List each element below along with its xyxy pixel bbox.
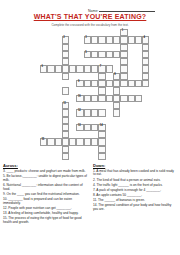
- grid-cell[interactable]: [84, 138, 91, 145]
- grid-cell[interactable]: [62, 58, 69, 65]
- grid-cell[interactable]: [113, 109, 120, 116]
- grid-cell[interactable]: [128, 95, 135, 102]
- grid-cell[interactable]: [120, 36, 127, 43]
- grid-cell[interactable]: [98, 138, 105, 145]
- grid-cell[interactable]: [98, 73, 105, 80]
- grid-cell[interactable]: [142, 51, 149, 58]
- grid-cell[interactable]: [128, 80, 135, 87]
- grid-cell[interactable]: [120, 44, 127, 51]
- clue-number: 9: [78, 81, 79, 84]
- across-clue: 10. ________ food is prepared and can be…: [3, 198, 87, 206]
- grid-cell[interactable]: [62, 87, 69, 94]
- grid-cell[interactable]: [47, 65, 54, 72]
- across-clue: 3. ____ products: cheese and yoghurt are…: [3, 170, 87, 174]
- grid-cell[interactable]: 15: [40, 138, 47, 145]
- across-clues-column: Across: 3. ____ products: cheese and yog…: [0, 163, 90, 226]
- page-subtitle: Complete the crossword with the vocabula…: [0, 23, 180, 27]
- grid-cell[interactable]: [135, 80, 142, 87]
- down-clue: 4. The traffic light ______ is on the fr…: [93, 184, 177, 188]
- grid-cell[interactable]: [91, 65, 98, 72]
- grid-cell[interactable]: [113, 95, 120, 102]
- clue-number: 14: [100, 125, 103, 128]
- grid-cell[interactable]: [62, 146, 69, 153]
- grid-cell[interactable]: [91, 80, 98, 87]
- grid-cell[interactable]: [106, 80, 113, 87]
- grid-cell[interactable]: 7: [98, 65, 105, 72]
- grid-cell[interactable]: [76, 65, 83, 72]
- grid-cell[interactable]: [128, 36, 135, 43]
- grid-cell[interactable]: [106, 65, 113, 72]
- grid-cell[interactable]: [113, 87, 120, 94]
- grid-cell[interactable]: [113, 80, 120, 87]
- across-clue: 12. People with poor nutrition can get _…: [3, 207, 87, 211]
- name-blank[interactable]: [99, 8, 155, 12]
- grid-cell[interactable]: [62, 44, 69, 51]
- grid-cell[interactable]: [113, 102, 120, 109]
- grid-cell[interactable]: [106, 36, 113, 43]
- clue-number: 3: [85, 37, 86, 40]
- grid-cell[interactable]: [62, 73, 69, 80]
- grid-cell[interactable]: [142, 58, 149, 65]
- clue-number: 7: [100, 66, 101, 69]
- grid-cell[interactable]: [120, 51, 127, 58]
- clue-number: 1: [122, 30, 123, 33]
- clue-number: 11: [63, 103, 66, 106]
- grid-cell[interactable]: 14: [98, 124, 105, 131]
- across-clue: 15. The process of eating the right type…: [3, 217, 87, 225]
- grid-cell[interactable]: [62, 153, 69, 160]
- grid-cell[interactable]: [84, 124, 91, 131]
- grid-cell[interactable]: 1: [120, 29, 127, 36]
- grid-cell[interactable]: [91, 124, 98, 131]
- grid-cell[interactable]: [62, 138, 69, 145]
- down-header: Down:: [93, 163, 177, 168]
- grid-cell[interactable]: [91, 138, 98, 145]
- grid-cell[interactable]: 4: [142, 36, 149, 43]
- grid-cell[interactable]: [84, 80, 91, 87]
- clue-number: 4: [144, 37, 145, 40]
- grid-cell[interactable]: [62, 65, 69, 72]
- grid-cell[interactable]: 5: [84, 51, 91, 58]
- grid-cell[interactable]: [98, 87, 105, 94]
- grid-cell[interactable]: 8: [113, 73, 120, 80]
- grid-cell[interactable]: [135, 36, 142, 43]
- grid-cell[interactable]: [76, 138, 83, 145]
- grid-cell[interactable]: [91, 109, 98, 116]
- grid-cell[interactable]: [84, 95, 91, 102]
- grid-cell[interactable]: [91, 51, 98, 58]
- clue-number: 8: [114, 74, 115, 77]
- page-title: WHAT'S THAT YOU'RE EATING?: [0, 13, 180, 20]
- across-clue: 5. Be lactose-________: unable to digest…: [3, 175, 87, 183]
- grid-cell[interactable]: [98, 146, 105, 153]
- grid-cell[interactable]: [120, 58, 127, 65]
- grid-cell[interactable]: [62, 109, 69, 116]
- grid-cell[interactable]: 12: [76, 109, 83, 116]
- grid-cell[interactable]: [55, 138, 62, 145]
- clue-number: 10: [78, 96, 81, 99]
- grid-cell[interactable]: [113, 36, 120, 43]
- clue-number: 5: [85, 52, 86, 55]
- clue-number: 6: [41, 66, 42, 69]
- grid-cell[interactable]: [62, 117, 69, 124]
- worksheet-page: Name: WHAT'S THAT YOU'RE EATING? Complet…: [0, 0, 180, 255]
- across-clue-list: 3. ____ products: cheese and yoghurt are…: [3, 170, 87, 225]
- grid-cell[interactable]: 9: [76, 80, 83, 87]
- grid-cell[interactable]: [62, 124, 69, 131]
- across-clue: 9. On the ____ you can find the nutritio…: [3, 193, 87, 197]
- grid-cell[interactable]: [142, 80, 149, 87]
- grid-cell[interactable]: 13: [76, 124, 83, 131]
- down-clue: 7. A pack of spaghetti is enough for 4 _…: [93, 189, 177, 193]
- grid-cell[interactable]: [47, 138, 54, 145]
- grid-cell[interactable]: [106, 51, 113, 58]
- grid-cell[interactable]: [106, 95, 113, 102]
- down-clue-list: 1. A meal that has already been cooked a…: [93, 170, 177, 212]
- down-clue: 14. The general condition of your body a…: [93, 204, 177, 212]
- grid-cell[interactable]: [98, 80, 105, 87]
- clue-number: 2: [63, 37, 64, 40]
- grid-cell[interactable]: [98, 131, 105, 138]
- grid-cell[interactable]: [84, 109, 91, 116]
- grid-cell[interactable]: [113, 51, 120, 58]
- grid-cell[interactable]: [84, 65, 91, 72]
- grid-cell[interactable]: 3: [84, 36, 91, 43]
- across-header: Across:: [3, 163, 87, 168]
- down-clue: 2. The kind of food that a person or ani…: [93, 179, 177, 183]
- down-clues-column: Down: 1. A meal that has already been co…: [90, 163, 180, 226]
- grid-cell[interactable]: [120, 65, 127, 72]
- grid-cell[interactable]: [69, 65, 76, 72]
- grid-cell[interactable]: [120, 73, 127, 80]
- grid-cell[interactable]: 6: [40, 65, 47, 72]
- grid-cell[interactable]: [98, 36, 105, 43]
- grid-cell[interactable]: [62, 51, 69, 58]
- clue-number: 13: [78, 125, 81, 128]
- grid-cell[interactable]: [120, 95, 127, 102]
- across-clue: 6. Nutritional ________: information abo…: [3, 184, 87, 192]
- grid-cell[interactable]: 11: [62, 102, 69, 109]
- grid-cell[interactable]: [142, 73, 149, 80]
- grid-cell[interactable]: [98, 153, 105, 160]
- grid-cell[interactable]: [98, 95, 105, 102]
- grid-cell[interactable]: [91, 95, 98, 102]
- grid-cell[interactable]: [142, 65, 149, 72]
- grid-cell[interactable]: 2: [62, 36, 69, 43]
- grid-cell[interactable]: [62, 131, 69, 138]
- clue-number: 15: [41, 139, 44, 142]
- grid-cell[interactable]: 10: [76, 95, 83, 102]
- grid-cell[interactable]: [142, 44, 149, 51]
- grid-cell[interactable]: [69, 138, 76, 145]
- grid-cell[interactable]: [98, 51, 105, 58]
- clue-number: 12: [78, 110, 81, 113]
- crossword-grid: 123456789101112131415: [40, 29, 171, 160]
- down-clue: 1. A meal that has already been cooked a…: [93, 170, 177, 178]
- clues-section: Across: 3. ____ products: cheese and yog…: [0, 163, 180, 226]
- grid-cell[interactable]: [55, 65, 62, 72]
- grid-cell[interactable]: [120, 80, 127, 87]
- grid-cell[interactable]: [98, 109, 105, 116]
- grid-cell[interactable]: [91, 36, 98, 43]
- grid-cell[interactable]: [135, 95, 142, 102]
